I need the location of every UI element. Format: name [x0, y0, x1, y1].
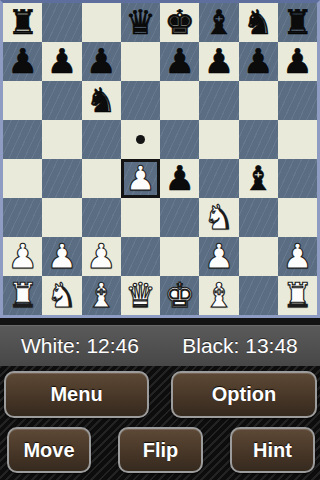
square-h5[interactable]: [278, 120, 317, 159]
square-b5[interactable]: [42, 120, 81, 159]
square-d3[interactable]: [121, 198, 160, 237]
square-b7[interactable]: ♟: [42, 42, 81, 81]
menu-button[interactable]: Menu: [4, 371, 149, 418]
chess-board: ♜♛♚♝♞♜♟♟♟♟♟♟♟♞♟♟♝♞♟♟♟♟♟♜♞♝♛♚♝♜: [3, 3, 317, 315]
white-pawn: ♟: [204, 237, 234, 276]
white-pawn: ♟: [86, 237, 116, 276]
square-a7[interactable]: ♟: [3, 42, 42, 81]
black-king: ♚: [164, 3, 194, 42]
black-bishop: ♝: [243, 159, 273, 198]
square-e7[interactable]: ♟: [160, 42, 199, 81]
square-f4[interactable]: [199, 159, 238, 198]
square-a4[interactable]: [3, 159, 42, 198]
square-a6[interactable]: [3, 81, 42, 120]
black-pawn: ♟: [86, 42, 116, 81]
square-d2[interactable]: [121, 237, 160, 276]
square-e5[interactable]: [160, 120, 199, 159]
board-frame: ♜♛♚♝♞♜♟♟♟♟♟♟♟♞♟♟♝♞♟♟♟♟♟♜♞♝♛♚♝♜: [0, 0, 320, 318]
black-rook: ♜: [282, 3, 312, 42]
clock-bar: White: 12:46 Black: 13:48: [0, 325, 320, 366]
square-f3[interactable]: ♞: [199, 198, 238, 237]
square-f7[interactable]: ♟: [199, 42, 238, 81]
square-c5[interactable]: [82, 120, 121, 159]
square-e1[interactable]: ♚: [160, 276, 199, 315]
square-g1[interactable]: [239, 276, 278, 315]
black-pawn: ♟: [164, 159, 194, 198]
move-hint-dot: [136, 135, 145, 144]
square-d7[interactable]: [121, 42, 160, 81]
chess-app-screen: ♜♛♚♝♞♜♟♟♟♟♟♟♟♞♟♟♝♞♟♟♟♟♟♜♞♝♛♚♝♜ White: 12…: [0, 0, 320, 480]
white-pawn: ♟: [7, 237, 37, 276]
square-c6[interactable]: ♞: [82, 81, 121, 120]
square-c3[interactable]: [82, 198, 121, 237]
square-h2[interactable]: ♟: [278, 237, 317, 276]
black-rook: ♜: [7, 3, 37, 42]
square-c2[interactable]: ♟: [82, 237, 121, 276]
square-b4[interactable]: [42, 159, 81, 198]
square-e8[interactable]: ♚: [160, 3, 199, 42]
square-e4[interactable]: ♟: [160, 159, 199, 198]
black-pawn: ♟: [47, 42, 77, 81]
black-clock: Black: 13:48: [160, 334, 320, 358]
black-queen: ♛: [125, 3, 155, 42]
white-bishop: ♝: [86, 276, 116, 315]
flip-button[interactable]: Flip: [118, 427, 203, 473]
square-a1[interactable]: ♜: [3, 276, 42, 315]
square-h7[interactable]: ♟: [278, 42, 317, 81]
square-a3[interactable]: [3, 198, 42, 237]
square-g2[interactable]: [239, 237, 278, 276]
control-panel: Menu Option Move Flip Hint: [0, 366, 320, 480]
square-f6[interactable]: [199, 81, 238, 120]
black-pawn: ♟: [282, 42, 312, 81]
square-h3[interactable]: [278, 198, 317, 237]
white-clock: White: 12:46: [0, 334, 160, 358]
white-pawn: ♟: [282, 237, 312, 276]
move-button[interactable]: Move: [7, 427, 91, 473]
square-g3[interactable]: [239, 198, 278, 237]
square-a5[interactable]: [3, 120, 42, 159]
square-h6[interactable]: [278, 81, 317, 120]
square-b6[interactable]: [42, 81, 81, 120]
square-a2[interactable]: ♟: [3, 237, 42, 276]
black-pawn: ♟: [164, 42, 194, 81]
black-pawn: ♟: [7, 42, 37, 81]
square-g8[interactable]: ♞: [239, 3, 278, 42]
white-pawn: ♟: [125, 159, 155, 198]
square-f1[interactable]: ♝: [199, 276, 238, 315]
square-c1[interactable]: ♝: [82, 276, 121, 315]
square-g6[interactable]: [239, 81, 278, 120]
square-c7[interactable]: ♟: [82, 42, 121, 81]
square-d4[interactable]: ♟: [121, 159, 160, 198]
square-e3[interactable]: [160, 198, 199, 237]
square-a8[interactable]: ♜: [3, 3, 42, 42]
square-h8[interactable]: ♜: [278, 3, 317, 42]
square-g5[interactable]: [239, 120, 278, 159]
square-b8[interactable]: [42, 3, 81, 42]
white-rook: ♜: [282, 276, 312, 315]
black-knight: ♞: [86, 81, 116, 120]
square-d6[interactable]: [121, 81, 160, 120]
square-c8[interactable]: [82, 3, 121, 42]
white-pawn: ♟: [47, 237, 77, 276]
white-rook: ♜: [7, 276, 37, 315]
square-d5[interactable]: [121, 120, 160, 159]
square-e6[interactable]: [160, 81, 199, 120]
square-g4[interactable]: ♝: [239, 159, 278, 198]
white-knight: ♞: [47, 276, 77, 315]
white-king: ♚: [164, 276, 194, 315]
black-knight: ♞: [243, 3, 273, 42]
square-h4[interactable]: [278, 159, 317, 198]
square-f5[interactable]: [199, 120, 238, 159]
hint-button[interactable]: Hint: [230, 427, 315, 473]
square-b2[interactable]: ♟: [42, 237, 81, 276]
white-knight: ♞: [204, 198, 234, 237]
square-d1[interactable]: ♛: [121, 276, 160, 315]
option-button[interactable]: Option: [171, 371, 317, 418]
square-c4[interactable]: [82, 159, 121, 198]
square-b3[interactable]: [42, 198, 81, 237]
square-f8[interactable]: ♝: [199, 3, 238, 42]
white-queen: ♛: [125, 276, 155, 315]
square-h1[interactable]: ♜: [278, 276, 317, 315]
white-bishop: ♝: [204, 276, 234, 315]
square-d8[interactable]: ♛: [121, 3, 160, 42]
board-bottom-shadow: [0, 318, 320, 325]
square-g7[interactable]: ♟: [239, 42, 278, 81]
square-b1[interactable]: ♞: [42, 276, 81, 315]
black-pawn: ♟: [204, 42, 234, 81]
black-pawn: ♟: [243, 42, 273, 81]
square-e2[interactable]: [160, 237, 199, 276]
square-f2[interactable]: ♟: [199, 237, 238, 276]
black-bishop: ♝: [204, 3, 234, 42]
